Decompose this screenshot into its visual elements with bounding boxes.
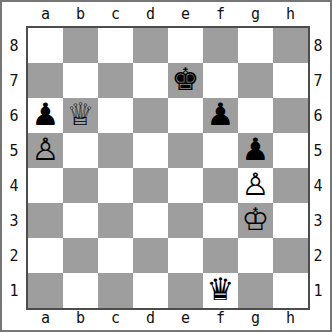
square-b2[interactable] [63, 238, 98, 273]
square-c3[interactable] [98, 203, 133, 238]
square-b5[interactable] [63, 133, 98, 168]
file-label-f-bottom: f [203, 308, 238, 328]
square-d6[interactable] [133, 98, 168, 133]
square-h3[interactable] [273, 203, 308, 238]
rank-label-4-right: 4 [308, 168, 328, 203]
piece-black-pawn[interactable]: ♟ [242, 133, 270, 167]
file-label-d-top: d [133, 4, 168, 24]
square-h2[interactable] [273, 238, 308, 273]
square-g7[interactable] [238, 63, 273, 98]
square-b6[interactable]: ♕ [63, 98, 98, 133]
square-f1[interactable]: ♛ [203, 273, 238, 308]
piece-white-pawn[interactable]: ♙ [242, 168, 270, 202]
square-d8[interactable] [133, 28, 168, 63]
rank-label-1-left: 1 [4, 273, 24, 308]
square-d3[interactable] [133, 203, 168, 238]
square-f6[interactable]: ♟ [203, 98, 238, 133]
square-a7[interactable] [28, 63, 63, 98]
square-h5[interactable] [273, 133, 308, 168]
square-c4[interactable] [98, 168, 133, 203]
piece-black-queen[interactable]: ♛ [207, 273, 235, 307]
square-e7[interactable]: ♚ [168, 63, 203, 98]
file-label-a-top: a [28, 4, 63, 24]
square-f8[interactable] [203, 28, 238, 63]
piece-black-pawn[interactable]: ♟ [32, 98, 60, 132]
square-c5[interactable] [98, 133, 133, 168]
square-a3[interactable] [28, 203, 63, 238]
rank-label-7-left: 7 [4, 63, 24, 98]
rank-label-3-right: 3 [308, 203, 328, 238]
square-e3[interactable] [168, 203, 203, 238]
rank-labels-left: 87654321 [4, 28, 24, 308]
file-labels-bottom: abcdefgh [28, 308, 308, 328]
square-g2[interactable] [238, 238, 273, 273]
square-e6[interactable] [168, 98, 203, 133]
file-label-h-bottom: h [273, 308, 308, 328]
square-d7[interactable] [133, 63, 168, 98]
file-label-b-top: b [63, 4, 98, 24]
square-f4[interactable] [203, 168, 238, 203]
square-g8[interactable] [238, 28, 273, 63]
square-f5[interactable] [203, 133, 238, 168]
file-label-d-bottom: d [133, 308, 168, 328]
square-g1[interactable] [238, 273, 273, 308]
square-a5[interactable]: ♙ [28, 133, 63, 168]
square-g3[interactable]: ♔ [238, 203, 273, 238]
square-c2[interactable] [98, 238, 133, 273]
square-f7[interactable] [203, 63, 238, 98]
file-label-c-top: c [98, 4, 133, 24]
file-label-f-top: f [203, 4, 238, 24]
file-label-h-top: h [273, 4, 308, 24]
square-g4[interactable]: ♙ [238, 168, 273, 203]
square-c6[interactable] [98, 98, 133, 133]
square-a4[interactable] [28, 168, 63, 203]
square-f2[interactable] [203, 238, 238, 273]
piece-white-pawn[interactable]: ♙ [32, 133, 60, 167]
rank-label-2-right: 2 [308, 238, 328, 273]
square-c7[interactable] [98, 63, 133, 98]
square-h8[interactable] [273, 28, 308, 63]
piece-black-pawn[interactable]: ♟ [207, 98, 235, 132]
piece-white-queen[interactable]: ♕ [67, 98, 95, 132]
square-b8[interactable] [63, 28, 98, 63]
rank-label-2-left: 2 [4, 238, 24, 273]
square-a8[interactable] [28, 28, 63, 63]
rank-label-5-left: 5 [4, 133, 24, 168]
square-h4[interactable] [273, 168, 308, 203]
square-g5[interactable]: ♟ [238, 133, 273, 168]
piece-black-king[interactable]: ♚ [172, 63, 200, 97]
square-a6[interactable]: ♟ [28, 98, 63, 133]
file-label-b-bottom: b [63, 308, 98, 328]
rank-label-7-right: 7 [308, 63, 328, 98]
rank-label-6-right: 6 [308, 98, 328, 133]
rank-labels-right: 87654321 [308, 28, 328, 308]
square-d4[interactable] [133, 168, 168, 203]
square-f3[interactable] [203, 203, 238, 238]
square-h6[interactable] [273, 98, 308, 133]
file-label-g-top: g [238, 4, 273, 24]
square-g6[interactable] [238, 98, 273, 133]
file-label-a-bottom: a [28, 308, 63, 328]
rank-label-5-right: 5 [308, 133, 328, 168]
square-h7[interactable] [273, 63, 308, 98]
square-b7[interactable] [63, 63, 98, 98]
square-b4[interactable] [63, 168, 98, 203]
file-labels-top: abcdefgh [28, 4, 308, 24]
rank-label-3-left: 3 [4, 203, 24, 238]
chess-board: ♚♟♕♟♙♟♙♔♛ [26, 26, 310, 310]
square-h1[interactable] [273, 273, 308, 308]
square-d1[interactable] [133, 273, 168, 308]
square-e8[interactable] [168, 28, 203, 63]
square-c8[interactable] [98, 28, 133, 63]
chess-diagram: abcdefgh abcdefgh 87654321 87654321 ♚♟♕♟… [0, 0, 332, 332]
square-e5[interactable] [168, 133, 203, 168]
file-label-g-bottom: g [238, 308, 273, 328]
piece-white-king[interactable]: ♔ [242, 203, 270, 237]
file-label-e-top: e [168, 4, 203, 24]
square-b3[interactable] [63, 203, 98, 238]
square-d2[interactable] [133, 238, 168, 273]
square-e2[interactable] [168, 238, 203, 273]
square-a1[interactable] [28, 273, 63, 308]
square-e4[interactable] [168, 168, 203, 203]
rank-label-1-right: 1 [308, 273, 328, 308]
file-label-e-bottom: e [168, 308, 203, 328]
square-a2[interactable] [28, 238, 63, 273]
square-e1[interactable] [168, 273, 203, 308]
file-label-c-bottom: c [98, 308, 133, 328]
rank-label-4-left: 4 [4, 168, 24, 203]
square-b1[interactable] [63, 273, 98, 308]
square-c1[interactable] [98, 273, 133, 308]
square-d5[interactable] [133, 133, 168, 168]
rank-label-6-left: 6 [4, 98, 24, 133]
rank-label-8-right: 8 [308, 28, 328, 63]
rank-label-8-left: 8 [4, 28, 24, 63]
